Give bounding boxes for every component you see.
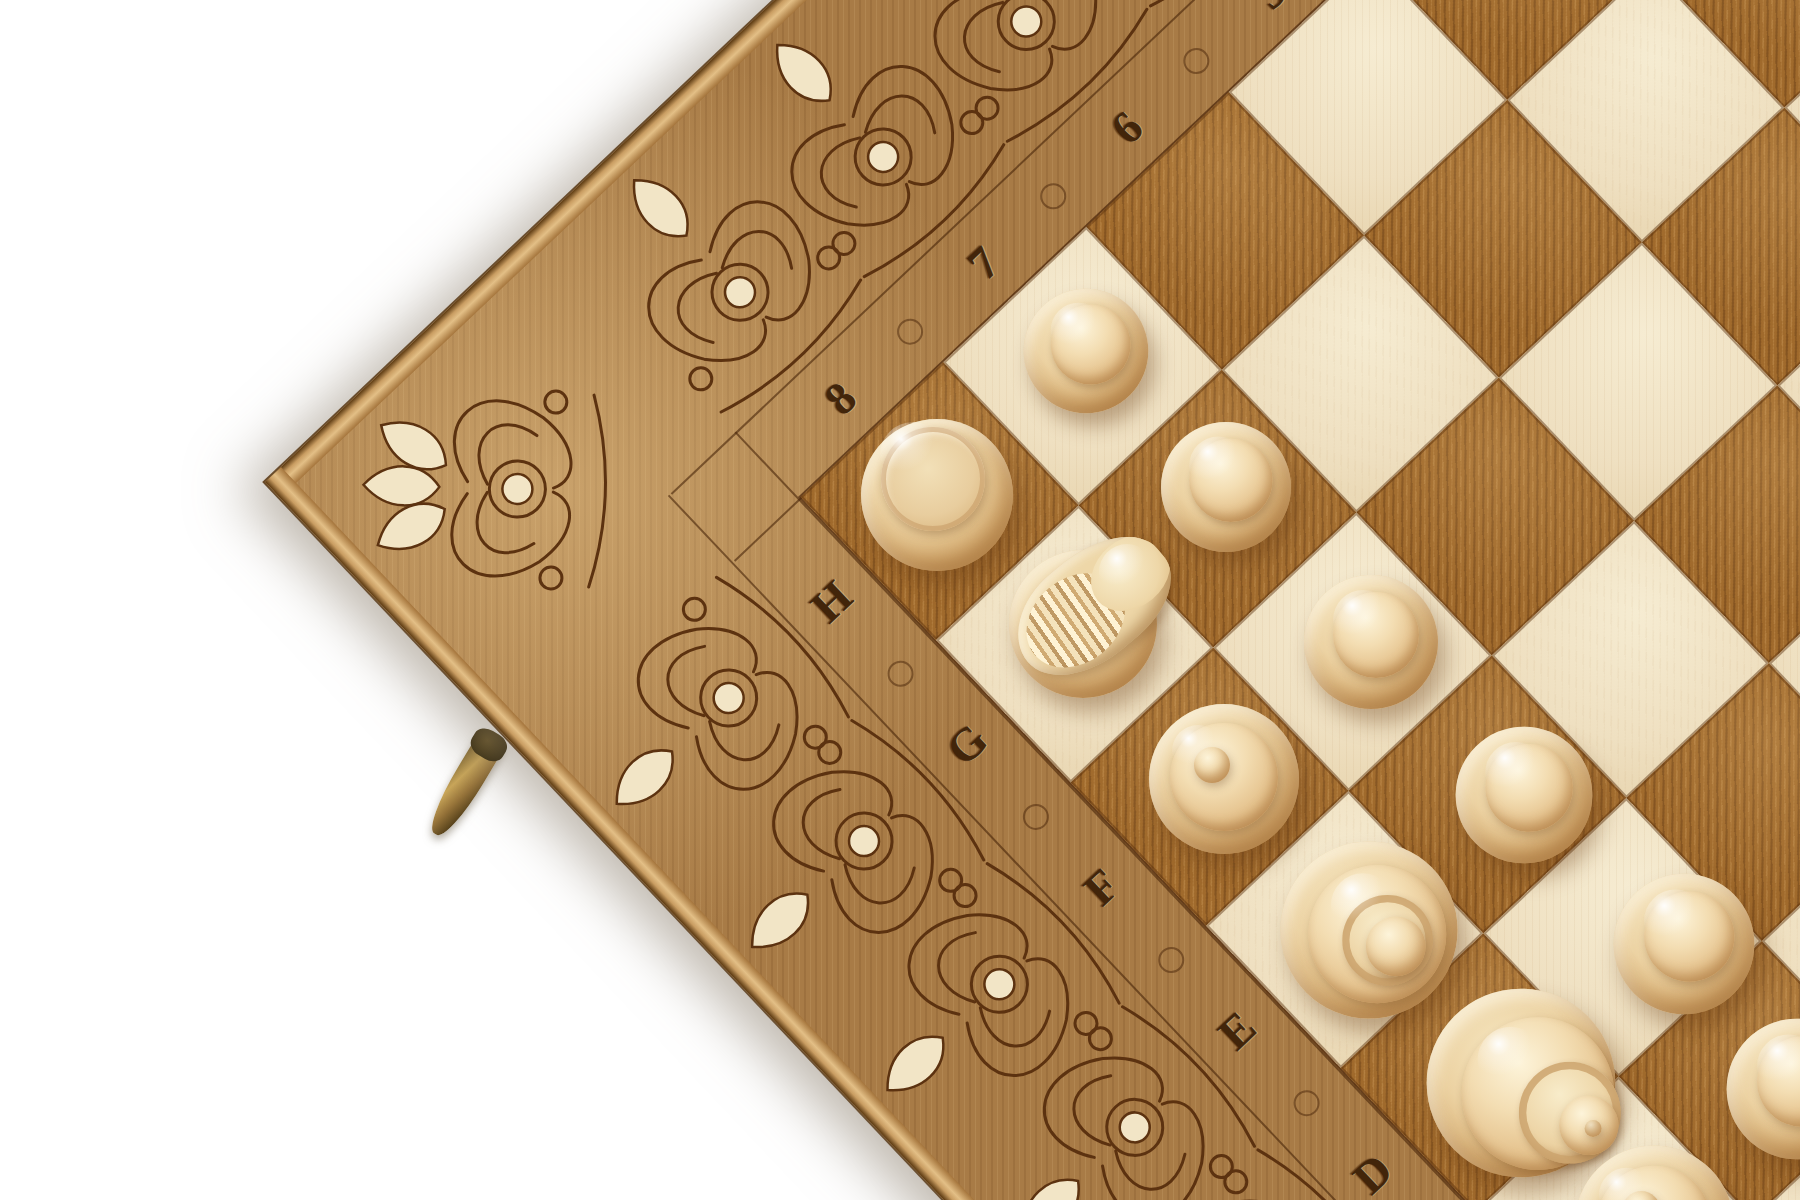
rank-label-7: 7 [957,235,1010,289]
file-label-h: H [800,569,862,632]
rank-label-5: 5 [1243,0,1296,19]
board-grid [798,0,1800,1200]
photo-stage: 8765 HGFED [0,0,1800,1200]
file-label-d: D [1343,1143,1404,1200]
brass-clasp [422,730,505,841]
file-label-g: G [936,712,998,775]
rank-label-6: 6 [1100,100,1153,154]
file-label-e: E [1208,1000,1267,1060]
rank-label-8: 8 [813,371,866,425]
file-label-f: F [1074,858,1131,916]
